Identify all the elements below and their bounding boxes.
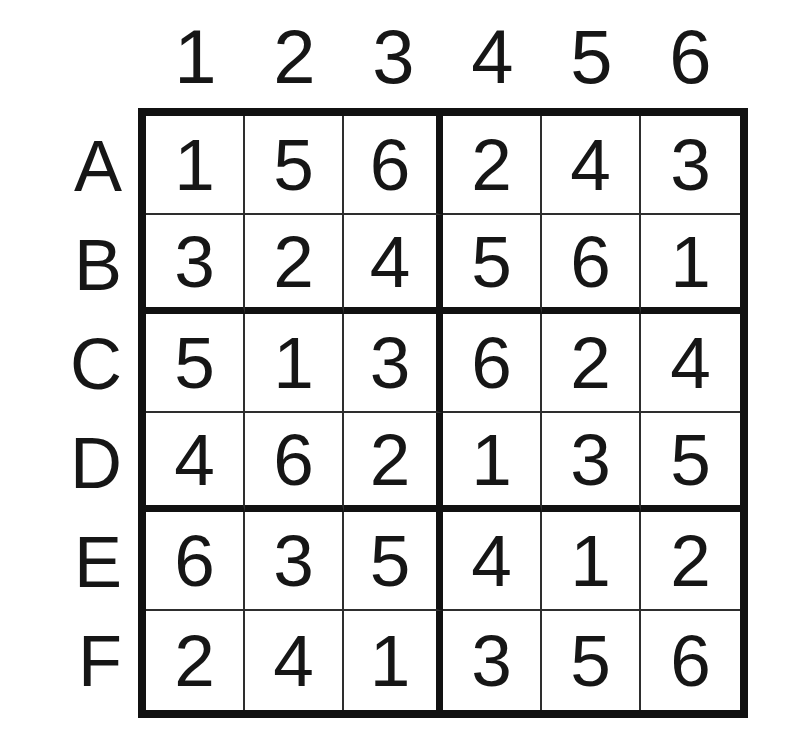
cell-B1: 3: [146, 215, 245, 314]
cell-E5: 1: [542, 512, 641, 611]
cell-E2: 3: [245, 512, 344, 611]
col-label-1: 1: [146, 10, 245, 104]
cell-A5: 4: [542, 116, 641, 215]
col-label-5: 5: [542, 10, 641, 104]
cell-A2: 5: [245, 116, 344, 215]
cell-F6: 6: [641, 611, 740, 710]
cell-C3: 3: [344, 314, 443, 413]
cell-A6: 3: [641, 116, 740, 215]
cell-D3: 2: [344, 413, 443, 512]
row-label-A: A: [0, 116, 122, 215]
cell-E6: 2: [641, 512, 740, 611]
cell-B6: 1: [641, 215, 740, 314]
col-label-4: 4: [443, 10, 542, 104]
row-label-B: B: [0, 215, 122, 314]
cell-F3: 1: [344, 611, 443, 710]
cell-F1: 2: [146, 611, 245, 710]
sudoku-diagram: 123456 ABCDEF 15624332456151362446213563…: [0, 0, 809, 745]
sudoku-board: 156243324561513624462135635412241356: [138, 108, 748, 718]
cell-D1: 4: [146, 413, 245, 512]
cell-F2: 4: [245, 611, 344, 710]
row-label-C: C: [0, 314, 122, 413]
cell-E3: 5: [344, 512, 443, 611]
cell-C2: 1: [245, 314, 344, 413]
cell-C1: 5: [146, 314, 245, 413]
cell-C5: 2: [542, 314, 641, 413]
row-label-E: E: [0, 512, 122, 611]
cell-A3: 6: [344, 116, 443, 215]
col-label-3: 3: [344, 10, 443, 104]
cell-E4: 4: [443, 512, 542, 611]
cell-C6: 4: [641, 314, 740, 413]
col-label-2: 2: [245, 10, 344, 104]
row-label-D: D: [0, 413, 122, 512]
row-label-F: F: [0, 611, 122, 710]
cell-B2: 2: [245, 215, 344, 314]
cell-B5: 6: [542, 215, 641, 314]
cell-E1: 6: [146, 512, 245, 611]
cell-B4: 5: [443, 215, 542, 314]
col-label-6: 6: [641, 10, 740, 104]
cell-A1: 1: [146, 116, 245, 215]
cell-F5: 5: [542, 611, 641, 710]
cell-D5: 3: [542, 413, 641, 512]
cell-B3: 4: [344, 215, 443, 314]
row-labels: ABCDEF: [0, 108, 122, 718]
column-labels: 123456: [138, 10, 748, 104]
cell-C4: 6: [443, 314, 542, 413]
cell-D4: 1: [443, 413, 542, 512]
cell-A4: 2: [443, 116, 542, 215]
cell-D6: 5: [641, 413, 740, 512]
cell-F4: 3: [443, 611, 542, 710]
cell-D2: 6: [245, 413, 344, 512]
